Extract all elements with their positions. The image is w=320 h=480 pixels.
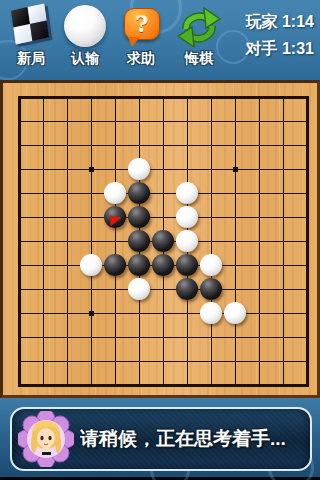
board-cell[interactable] — [31, 349, 55, 373]
undo-button[interactable]: 悔棋 — [172, 4, 226, 76]
board-cell[interactable] — [199, 157, 223, 181]
board-cell[interactable] — [295, 301, 319, 325]
board-cell[interactable] — [247, 85, 271, 109]
board-cell[interactable] — [223, 229, 247, 253]
board-cell[interactable] — [127, 277, 151, 301]
board-cell[interactable] — [103, 133, 127, 157]
game-board[interactable] — [0, 80, 320, 398]
black-stone — [128, 182, 150, 204]
black-stone — [128, 206, 150, 228]
board-cell[interactable] — [7, 301, 31, 325]
board-cell[interactable] — [199, 229, 223, 253]
board-cell[interactable] — [55, 133, 79, 157]
board-cell[interactable] — [151, 325, 175, 349]
board-cell[interactable] — [103, 373, 127, 397]
board-cell[interactable] — [151, 181, 175, 205]
board-cell[interactable] — [31, 229, 55, 253]
board-cell[interactable] — [31, 181, 55, 205]
help-label: 求助 — [114, 50, 168, 68]
board-cell[interactable] — [175, 277, 199, 301]
board-cell[interactable] — [175, 253, 199, 277]
app-screen: 新局 认输 ? 求助 — [0, 0, 320, 480]
board-cell[interactable] — [151, 253, 175, 277]
board-cell[interactable] — [7, 85, 31, 109]
board-cell[interactable] — [295, 85, 319, 109]
board-cell[interactable] — [223, 325, 247, 349]
board-cell[interactable] — [199, 325, 223, 349]
board-cell[interactable] — [175, 181, 199, 205]
undo-label: 悔棋 — [172, 50, 226, 68]
board-cell[interactable] — [271, 349, 295, 373]
board-cell[interactable] — [199, 277, 223, 301]
board-cell[interactable] — [247, 229, 271, 253]
board-cell[interactable] — [55, 349, 79, 373]
board-grid-area — [7, 85, 319, 397]
board-cell[interactable] — [31, 157, 55, 181]
board-cell[interactable] — [31, 325, 55, 349]
board-cell[interactable] — [79, 325, 103, 349]
board-cell[interactable] — [151, 133, 175, 157]
board-cell[interactable] — [151, 229, 175, 253]
board-cell[interactable] — [271, 181, 295, 205]
white-stone — [176, 206, 198, 228]
board-cell[interactable] — [199, 253, 223, 277]
board-cell[interactable] — [31, 253, 55, 277]
board-cell[interactable] — [199, 373, 223, 397]
board-cell[interactable] — [175, 205, 199, 229]
board-cell[interactable] — [271, 157, 295, 181]
board-cell[interactable] — [271, 229, 295, 253]
board-cell[interactable] — [55, 373, 79, 397]
white-stone — [176, 230, 198, 252]
board-cell[interactable] — [223, 157, 247, 181]
player-timer: 玩家 1:14 — [246, 8, 314, 35]
board-cell[interactable] — [271, 205, 295, 229]
board-cell[interactable] — [55, 205, 79, 229]
board-cell[interactable] — [79, 109, 103, 133]
black-stone — [176, 254, 198, 276]
board-cell[interactable] — [79, 349, 103, 373]
board-cell[interactable] — [247, 373, 271, 397]
white-stone — [224, 302, 246, 324]
board-cell[interactable] — [151, 157, 175, 181]
board-cell[interactable] — [55, 301, 79, 325]
board-cell[interactable] — [55, 277, 79, 301]
white-stone — [200, 302, 222, 324]
board-cell[interactable] — [103, 181, 127, 205]
board-cell[interactable] — [31, 85, 55, 109]
board-cell[interactable] — [199, 205, 223, 229]
board-cell[interactable] — [127, 301, 151, 325]
board-cell[interactable] — [271, 373, 295, 397]
board-cell[interactable] — [271, 85, 295, 109]
board-cell[interactable] — [295, 205, 319, 229]
board-cell[interactable] — [295, 181, 319, 205]
opponent-timer: 对手 1:31 — [246, 35, 314, 62]
board-cell[interactable] — [103, 229, 127, 253]
undo-arrows-icon — [177, 4, 221, 48]
board-cell[interactable] — [247, 253, 271, 277]
girl-face — [31, 421, 61, 455]
board-cell[interactable] — [79, 229, 103, 253]
board-cell[interactable] — [127, 349, 151, 373]
board-cell[interactable] — [247, 157, 271, 181]
white-stone — [128, 158, 150, 180]
board-cell[interactable] — [271, 109, 295, 133]
board-cell[interactable] — [199, 301, 223, 325]
board-cell[interactable] — [151, 349, 175, 373]
board-cell[interactable] — [223, 109, 247, 133]
board-cell[interactable] — [247, 205, 271, 229]
board-cell[interactable] — [295, 253, 319, 277]
board-cell[interactable] — [223, 349, 247, 373]
board-cell[interactable] — [7, 133, 31, 157]
board-cell[interactable] — [31, 205, 55, 229]
white-stone — [176, 182, 198, 204]
board-cell[interactable] — [127, 133, 151, 157]
black-stone — [104, 254, 126, 276]
board-cell[interactable] — [151, 277, 175, 301]
board-cell[interactable] — [127, 109, 151, 133]
board-cell[interactable] — [55, 109, 79, 133]
board-cell[interactable] — [55, 229, 79, 253]
new-game-button[interactable]: 新局 — [4, 4, 58, 76]
board-cell[interactable] — [7, 205, 31, 229]
board-cell[interactable] — [151, 301, 175, 325]
board-cell[interactable] — [151, 85, 175, 109]
board-cell[interactable] — [151, 109, 175, 133]
board-cell[interactable] — [295, 109, 319, 133]
board-cell[interactable] — [7, 325, 31, 349]
board-cell[interactable] — [175, 301, 199, 325]
board-cell[interactable] — [31, 373, 55, 397]
board-cell[interactable] — [7, 277, 31, 301]
board-cell[interactable] — [127, 229, 151, 253]
board-cell[interactable] — [7, 157, 31, 181]
resign-label: 认输 — [58, 50, 112, 68]
white-stone — [104, 182, 126, 204]
status-bar: 请稍候，正在思考着手... — [0, 398, 320, 480]
board-cell[interactable] — [223, 181, 247, 205]
board-cell[interactable] — [103, 349, 127, 373]
board-cell[interactable] — [79, 373, 103, 397]
board-cell[interactable] — [175, 157, 199, 181]
board-cell[interactable] — [127, 253, 151, 277]
board-cell[interactable] — [247, 109, 271, 133]
help-button[interactable]: ? 求助 — [114, 4, 168, 76]
board-cell[interactable] — [127, 373, 151, 397]
board-cell[interactable] — [127, 85, 151, 109]
black-stone — [128, 230, 150, 252]
black-stone-last-move — [104, 206, 126, 228]
board-cell[interactable] — [295, 133, 319, 157]
board-cell[interactable] — [175, 109, 199, 133]
board-cell[interactable] — [55, 253, 79, 277]
board-cell[interactable] — [127, 181, 151, 205]
board-cell[interactable] — [103, 301, 127, 325]
black-stone — [200, 278, 222, 300]
board-cell[interactable] — [55, 181, 79, 205]
white-stone — [128, 278, 150, 300]
board-cell[interactable] — [271, 253, 295, 277]
board-cell[interactable] — [247, 277, 271, 301]
white-stone-icon — [63, 4, 107, 48]
question-bubble-icon: ? — [119, 4, 163, 48]
black-stone — [128, 254, 150, 276]
board-cell[interactable] — [295, 349, 319, 373]
board-cell[interactable] — [295, 373, 319, 397]
board-cell[interactable] — [127, 325, 151, 349]
board-cell[interactable] — [199, 349, 223, 373]
board-cell[interactable] — [7, 253, 31, 277]
board-cell[interactable] — [175, 133, 199, 157]
board-cell[interactable] — [31, 109, 55, 133]
board-cell[interactable] — [223, 85, 247, 109]
board-cell[interactable] — [247, 133, 271, 157]
board-cell[interactable] — [223, 277, 247, 301]
board-cell[interactable] — [7, 181, 31, 205]
board-cell[interactable] — [271, 301, 295, 325]
board-cell[interactable] — [79, 301, 103, 325]
board-cell[interactable] — [223, 133, 247, 157]
board-cell[interactable] — [7, 229, 31, 253]
status-message: 请稍候，正在思考着手... — [80, 409, 304, 469]
board-cell[interactable] — [103, 205, 127, 229]
board-cell[interactable] — [151, 373, 175, 397]
board-cell[interactable] — [103, 109, 127, 133]
black-stone — [152, 254, 174, 276]
board-cell[interactable] — [199, 85, 223, 109]
board-cell[interactable] — [103, 253, 127, 277]
board-cell[interactable] — [55, 157, 79, 181]
board-cell[interactable] — [223, 253, 247, 277]
board-cell[interactable] — [79, 85, 103, 109]
board-cell[interactable] — [151, 205, 175, 229]
board-cell[interactable] — [103, 325, 127, 349]
board-cell[interactable] — [7, 349, 31, 373]
board-cell[interactable] — [247, 349, 271, 373]
black-stone — [152, 230, 174, 252]
board-cell[interactable] — [271, 325, 295, 349]
board-cell[interactable] — [31, 301, 55, 325]
new-game-label: 新局 — [4, 50, 58, 68]
white-stone — [80, 254, 102, 276]
board-cell[interactable] — [247, 325, 271, 349]
board-cell[interactable] — [271, 277, 295, 301]
board-cell[interactable] — [79, 277, 103, 301]
resign-button[interactable]: 认输 — [58, 4, 112, 76]
checkered-cube-icon — [9, 4, 53, 48]
board-cell[interactable] — [79, 133, 103, 157]
board-cell[interactable] — [223, 205, 247, 229]
board-cell[interactable] — [31, 133, 55, 157]
board-cell[interactable] — [199, 109, 223, 133]
last-move-marker — [104, 206, 126, 228]
board-cell[interactable] — [199, 181, 223, 205]
board-cell[interactable] — [79, 157, 103, 181]
board-cell[interactable] — [247, 181, 271, 205]
avatar — [18, 411, 74, 467]
board-cell[interactable] — [295, 277, 319, 301]
board-cell[interactable] — [199, 133, 223, 157]
message-panel: 请稍候，正在思考着手... — [10, 407, 312, 471]
board-cell[interactable] — [175, 229, 199, 253]
board-cell[interactable] — [7, 109, 31, 133]
board-cell[interactable] — [175, 85, 199, 109]
board-cell[interactable] — [247, 301, 271, 325]
board-cell[interactable] — [295, 325, 319, 349]
board-cell[interactable] — [295, 229, 319, 253]
board-cell[interactable] — [79, 253, 103, 277]
board-cell[interactable] — [79, 205, 103, 229]
board-cell[interactable] — [223, 373, 247, 397]
board-cell[interactable] — [175, 325, 199, 349]
board-cell[interactable] — [175, 349, 199, 373]
board-cell[interactable] — [127, 205, 151, 229]
board-cell[interactable] — [31, 277, 55, 301]
board-cell[interactable] — [55, 325, 79, 349]
board-cell[interactable] — [103, 277, 127, 301]
board-cell[interactable] — [127, 157, 151, 181]
board-cell[interactable] — [175, 373, 199, 397]
board-cell[interactable] — [223, 301, 247, 325]
board-cell[interactable] — [55, 85, 79, 109]
board-cell[interactable] — [271, 133, 295, 157]
black-stone — [176, 278, 198, 300]
board-cell[interactable] — [295, 157, 319, 181]
board-grid — [7, 85, 319, 397]
timers: 玩家 1:14 对手 1:31 — [246, 8, 314, 62]
board-cell[interactable] — [103, 157, 127, 181]
board-cell[interactable] — [79, 181, 103, 205]
board-cell[interactable] — [7, 373, 31, 397]
board-cell[interactable] — [103, 85, 127, 109]
toolbar: 新局 认输 ? 求助 — [0, 0, 320, 82]
white-stone — [200, 254, 222, 276]
